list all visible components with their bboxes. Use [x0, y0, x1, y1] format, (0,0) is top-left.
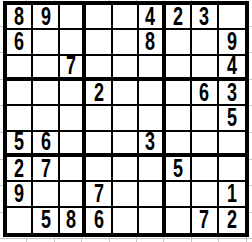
cell-r2c2[interactable] — [33, 30, 59, 55]
cell-r3c6[interactable] — [139, 56, 165, 81]
cell-r8c6[interactable] — [139, 182, 165, 207]
given-digit: 6 — [41, 132, 51, 156]
cell-r4c5[interactable] — [113, 81, 139, 106]
given-digit: 7 — [94, 182, 104, 207]
cell-r3c3: 7 — [60, 56, 86, 81]
cell-r5c7[interactable] — [166, 106, 192, 131]
cell-r3c4[interactable] — [86, 56, 112, 81]
cell-r4c9: 3 — [219, 81, 245, 106]
cell-r4c4: 2 — [86, 81, 112, 106]
cell-r8c9: 1 — [219, 182, 245, 207]
cell-r3c1[interactable] — [7, 56, 33, 81]
cell-r1c8: 3 — [192, 5, 218, 30]
given-digit: 8 — [66, 208, 76, 233]
given-digit: 6 — [94, 208, 104, 233]
cell-r3c8[interactable] — [192, 56, 218, 81]
cell-r8c7[interactable] — [166, 182, 192, 207]
given-digit: 6 — [199, 81, 209, 106]
given-digit: 2 — [94, 81, 104, 106]
given-digit: 7 — [41, 157, 51, 182]
cell-r5c6[interactable] — [139, 106, 165, 131]
cell-r6c5[interactable] — [113, 132, 139, 157]
cell-r9c2: 5 — [33, 208, 59, 233]
cell-r9c9: 2 — [219, 208, 245, 233]
cell-r9c4: 6 — [86, 208, 112, 233]
cell-r3c7[interactable] — [166, 56, 192, 81]
cell-r6c2: 6 — [33, 132, 59, 157]
given-digit: 5 — [227, 106, 237, 131]
cell-r3c2[interactable] — [33, 56, 59, 81]
cell-r7c7: 5 — [166, 157, 192, 182]
given-digit: 5 — [173, 157, 183, 182]
cell-r2c6: 8 — [139, 30, 165, 55]
given-digit: 3 — [145, 132, 155, 156]
cell-r9c6[interactable] — [139, 208, 165, 233]
cell-r2c3[interactable] — [60, 30, 86, 55]
cell-r7c8[interactable] — [192, 157, 218, 182]
given-digit: 9 — [227, 30, 237, 55]
given-digit: 9 — [14, 182, 24, 207]
cell-r4c6[interactable] — [139, 81, 165, 106]
cell-r8c3[interactable] — [60, 182, 86, 207]
cell-r2c1: 6 — [7, 30, 33, 55]
cell-r5c8[interactable] — [192, 106, 218, 131]
cell-r5c4[interactable] — [86, 106, 112, 131]
cell-r6c4[interactable] — [86, 132, 112, 157]
given-digit: 6 — [14, 30, 24, 55]
given-digit: 8 — [14, 5, 24, 30]
cell-r2c7[interactable] — [166, 30, 192, 55]
cell-r4c7[interactable] — [166, 81, 192, 106]
given-digit: 4 — [145, 5, 155, 30]
cell-r4c1[interactable] — [7, 81, 33, 106]
cell-r7c4[interactable] — [86, 157, 112, 182]
cell-r6c3[interactable] — [60, 132, 86, 157]
cell-r5c1[interactable] — [7, 106, 33, 131]
given-digit: 7 — [66, 56, 76, 80]
cell-r6c6: 3 — [139, 132, 165, 157]
given-digit: 3 — [199, 5, 209, 30]
given-digit: 5 — [41, 208, 51, 233]
cell-r7c2: 7 — [33, 157, 59, 182]
cell-r8c2[interactable] — [33, 182, 59, 207]
cell-r4c3[interactable] — [60, 81, 86, 106]
cell-r2c9: 9 — [219, 30, 245, 55]
cell-r1c9[interactable] — [219, 5, 245, 30]
sudoku-screenshot: 8942368974263556327597158672 — [0, 0, 252, 242]
cell-r7c6[interactable] — [139, 157, 165, 182]
cell-r9c1[interactable] — [7, 208, 33, 233]
given-digit: 8 — [145, 30, 155, 55]
cell-r9c5[interactable] — [113, 208, 139, 233]
cell-r5c2[interactable] — [33, 106, 59, 131]
cell-r4c2[interactable] — [33, 81, 59, 106]
cell-r7c9[interactable] — [219, 157, 245, 182]
cell-r8c1: 9 — [7, 182, 33, 207]
cell-r1c3[interactable] — [60, 5, 86, 30]
cell-r1c4[interactable] — [86, 5, 112, 30]
given-digit: 5 — [14, 132, 24, 156]
cell-r3c9: 4 — [219, 56, 245, 81]
given-digit: 4 — [227, 56, 237, 80]
given-digit: 9 — [41, 5, 51, 30]
cell-r6c1: 5 — [7, 132, 33, 157]
cell-r8c4: 7 — [86, 182, 112, 207]
cell-r2c4[interactable] — [86, 30, 112, 55]
cell-r9c3: 8 — [60, 208, 86, 233]
given-digit: 2 — [227, 208, 237, 233]
cell-r4c8: 6 — [192, 81, 218, 106]
cell-r7c3[interactable] — [60, 157, 86, 182]
given-digit: 3 — [227, 81, 237, 106]
cell-r9c7[interactable] — [166, 208, 192, 233]
cell-r6c8[interactable] — [192, 132, 218, 157]
cell-r6c9[interactable] — [219, 132, 245, 157]
cell-r1c7: 2 — [166, 5, 192, 30]
cell-r5c9: 5 — [219, 106, 245, 131]
cell-r1c5[interactable] — [113, 5, 139, 30]
cell-r3c5[interactable] — [113, 56, 139, 81]
cell-r2c8[interactable] — [192, 30, 218, 55]
cell-r7c5[interactable] — [113, 157, 139, 182]
cell-r5c3[interactable] — [60, 106, 86, 131]
cell-r8c8[interactable] — [192, 182, 218, 207]
cell-r8c5[interactable] — [113, 182, 139, 207]
cell-r6c7[interactable] — [166, 132, 192, 157]
cell-r7c1: 2 — [7, 157, 33, 182]
given-digit: 2 — [173, 5, 183, 30]
cell-r1c1: 8 — [7, 5, 33, 30]
cell-r2c5[interactable] — [113, 30, 139, 55]
cell-r1c6: 4 — [139, 5, 165, 30]
cell-r5c5[interactable] — [113, 106, 139, 131]
cell-r1c2: 9 — [33, 5, 59, 30]
given-digit: 2 — [14, 157, 24, 182]
sudoku-board: 8942368974263556327597158672 — [3, 1, 249, 237]
given-digit: 7 — [199, 208, 209, 233]
cell-r9c8: 7 — [192, 208, 218, 233]
given-digit: 1 — [227, 182, 237, 207]
